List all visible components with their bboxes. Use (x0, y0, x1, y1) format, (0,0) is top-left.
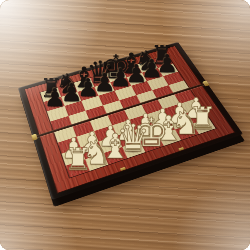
product-photo: ♜♞♝♛♚♝♞♜♟♟♟♟♟♟♟♟♟♟♟♟♟♟♟♟♜♞♝♛♚♝♞♜ (0, 0, 250, 250)
